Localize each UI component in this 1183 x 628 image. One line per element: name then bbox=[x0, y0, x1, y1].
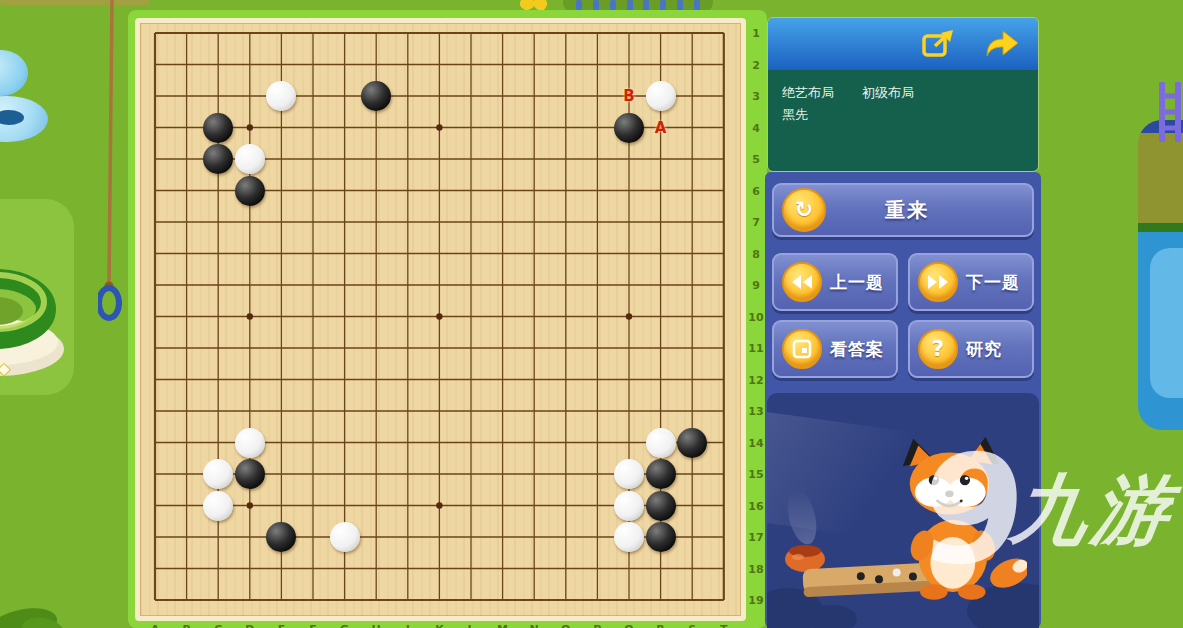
row-coordinate: 1 bbox=[745, 27, 767, 40]
ring-toss-decoration bbox=[0, 199, 74, 395]
row-coordinate: 16 bbox=[745, 500, 767, 513]
row-coordinate: 14 bbox=[745, 437, 767, 450]
col-coordinate: R bbox=[651, 623, 671, 628]
row-coordinate: 5 bbox=[745, 153, 767, 166]
col-coordinate: L bbox=[461, 623, 481, 628]
problem-info-box: 绝艺布局初级布局 黑先 bbox=[767, 17, 1039, 172]
problem-info-text: 绝艺布局初级布局 黑先 bbox=[768, 70, 1038, 172]
turn-indicator: 黑先 bbox=[782, 104, 1024, 126]
previous-button-label: 上一题 bbox=[830, 271, 884, 294]
row-coordinate: 9 bbox=[745, 279, 767, 292]
top-branch-decoration bbox=[0, 0, 150, 5]
row-coordinate: 11 bbox=[745, 342, 767, 355]
info-header-bar bbox=[768, 18, 1038, 70]
white-stone bbox=[330, 522, 360, 552]
previous-icon bbox=[782, 262, 822, 302]
go-board-play-area[interactable]: BA bbox=[140, 23, 741, 616]
col-coordinate: O bbox=[556, 623, 576, 628]
white-stone bbox=[235, 144, 265, 174]
go-board: BA bbox=[135, 18, 746, 621]
board-label-B: B bbox=[620, 87, 638, 105]
col-coordinates: ABCDEFGHJKLMNOPQRST bbox=[128, 621, 767, 628]
previous-problem-button[interactable]: 上一题 bbox=[772, 253, 898, 311]
rope-swing-decoration bbox=[98, 0, 124, 330]
black-stone bbox=[677, 428, 707, 458]
col-coordinate: A bbox=[145, 623, 165, 628]
col-coordinate: T bbox=[714, 623, 734, 628]
fox-mascot bbox=[889, 437, 1027, 605]
control-panel: 绝艺布局初级布局 黑先 ↻ 重来 上一题 下一题 看答 bbox=[765, 15, 1041, 628]
answer-button-label: 看答案 bbox=[830, 338, 884, 361]
col-coordinate: J bbox=[398, 623, 418, 628]
row-coordinate: 6 bbox=[745, 185, 767, 198]
next-button-label: 下一题 bbox=[966, 271, 1020, 294]
study-button-label: 研究 bbox=[966, 338, 1002, 361]
black-stone bbox=[203, 144, 233, 174]
black-stone bbox=[361, 81, 391, 111]
col-coordinate: M bbox=[493, 623, 513, 628]
white-stone bbox=[203, 459, 233, 489]
next-icon bbox=[918, 262, 958, 302]
white-stone bbox=[614, 491, 644, 521]
problem-category: 绝艺布局 bbox=[782, 85, 834, 100]
bush-decoration bbox=[807, 605, 857, 628]
col-coordinate: F bbox=[303, 623, 323, 628]
row-coordinate: 3 bbox=[745, 90, 767, 103]
black-stone bbox=[203, 113, 233, 143]
white-stone bbox=[235, 428, 265, 458]
black-stone bbox=[235, 176, 265, 206]
black-stone bbox=[646, 491, 676, 521]
black-stone bbox=[614, 113, 644, 143]
black-stone bbox=[646, 522, 676, 552]
problem-level: 初级布局 bbox=[862, 85, 914, 100]
col-coordinate: N bbox=[524, 623, 544, 628]
restart-button-label: 重来 bbox=[838, 197, 976, 224]
black-stone bbox=[646, 459, 676, 489]
row-coordinate: 2 bbox=[745, 59, 767, 72]
go-board-frame: BA 12345678910111213141516171819 ABCDEFG… bbox=[128, 10, 767, 628]
col-coordinate: D bbox=[240, 623, 260, 628]
col-coordinate: B bbox=[177, 623, 197, 628]
ring-toss-tower-icon bbox=[0, 199, 74, 395]
row-coordinate: 18 bbox=[745, 563, 767, 576]
next-problem-button[interactable]: 下一题 bbox=[908, 253, 1034, 311]
row-coordinate: 15 bbox=[745, 468, 767, 481]
row-coordinate: 13 bbox=[745, 405, 767, 418]
row-coordinate: 12 bbox=[745, 374, 767, 387]
share-icon[interactable] bbox=[922, 28, 958, 60]
row-coordinate: 7 bbox=[745, 216, 767, 229]
study-button[interactable]: ? 研究 bbox=[908, 320, 1034, 378]
row-coordinate: 19 bbox=[745, 594, 767, 607]
col-coordinate: G bbox=[335, 623, 355, 628]
white-stone bbox=[203, 491, 233, 521]
white-stone bbox=[646, 428, 676, 458]
question-icon: ? bbox=[918, 329, 958, 369]
mascot-panel bbox=[767, 393, 1039, 628]
black-stone bbox=[235, 459, 265, 489]
go-app-screen: BA 12345678910111213141516171819 ABCDEFG… bbox=[0, 0, 1183, 628]
white-stone bbox=[646, 81, 676, 111]
col-coordinate: P bbox=[587, 623, 607, 628]
col-coordinate: C bbox=[208, 623, 228, 628]
row-coordinate: 8 bbox=[745, 248, 767, 261]
playground-slide-decoration bbox=[1138, 120, 1183, 430]
row-coordinate: 10 bbox=[745, 311, 767, 324]
answer-icon bbox=[782, 329, 822, 369]
restart-icon: ↻ bbox=[782, 188, 826, 232]
col-coordinate: S bbox=[682, 623, 702, 628]
white-stone bbox=[614, 522, 644, 552]
ladder-icon bbox=[1156, 82, 1183, 142]
row-coordinate: 4 bbox=[745, 122, 767, 135]
show-answer-button[interactable]: 看答案 bbox=[772, 320, 898, 378]
col-coordinate: H bbox=[366, 623, 386, 628]
col-coordinate: K bbox=[429, 623, 449, 628]
white-stone bbox=[614, 459, 644, 489]
board-label-A: A bbox=[652, 119, 670, 137]
col-coordinate: Q bbox=[619, 623, 639, 628]
col-coordinate: E bbox=[271, 623, 291, 628]
toy-ring-stack-decoration bbox=[0, 50, 28, 96]
forward-arrow-icon[interactable] bbox=[984, 29, 1020, 59]
row-coordinates: 12345678910111213141516171819 bbox=[745, 10, 767, 628]
row-coordinate: 17 bbox=[745, 531, 767, 544]
restart-button[interactable]: ↻ 重来 bbox=[772, 183, 1034, 237]
